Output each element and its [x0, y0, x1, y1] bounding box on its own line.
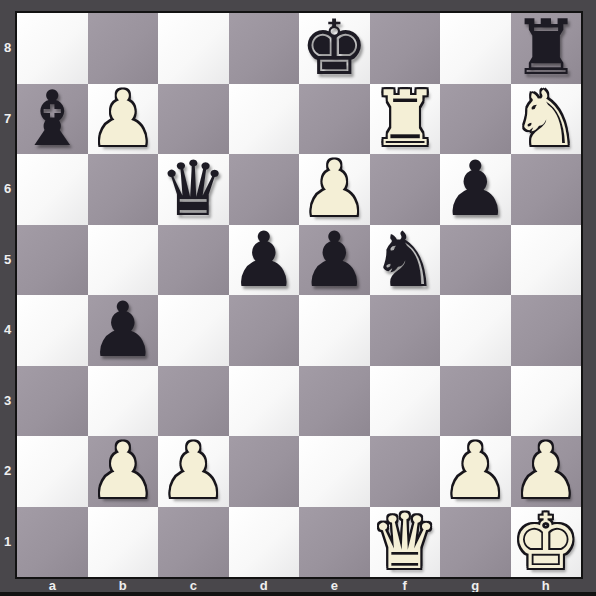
- chess-board: ♚♜♝♟♜♞♛♟♟♟♟♞♟♟♟♟♟♛♚: [15, 11, 583, 579]
- square-c8[interactable]: [158, 13, 229, 84]
- square-g2[interactable]: ♟: [440, 436, 511, 507]
- piece-white-pawn[interactable]: ♟: [89, 433, 157, 509]
- square-f1[interactable]: ♛: [370, 507, 441, 578]
- square-h6[interactable]: [511, 154, 582, 225]
- square-b2[interactable]: ♟: [88, 436, 159, 507]
- square-f7[interactable]: ♜: [370, 84, 441, 155]
- square-a3[interactable]: [17, 366, 88, 437]
- square-e4[interactable]: [299, 295, 370, 366]
- square-d8[interactable]: [229, 13, 300, 84]
- square-a4[interactable]: [17, 295, 88, 366]
- rank-label-3: 3: [0, 366, 15, 437]
- piece-black-pawn[interactable]: ♟: [89, 292, 157, 368]
- piece-black-knight[interactable]: ♞: [371, 222, 439, 298]
- piece-black-pawn[interactable]: ♟: [441, 151, 509, 227]
- rank-label-4: 4: [0, 295, 15, 366]
- piece-black-pawn[interactable]: ♟: [230, 222, 298, 298]
- square-h1[interactable]: ♚: [511, 507, 582, 578]
- square-h7[interactable]: ♞: [511, 84, 582, 155]
- square-a6[interactable]: [17, 154, 88, 225]
- square-e1[interactable]: [299, 507, 370, 578]
- piece-white-pawn[interactable]: ♟: [441, 433, 509, 509]
- square-d6[interactable]: [229, 154, 300, 225]
- square-d1[interactable]: [229, 507, 300, 578]
- file-label-f: f: [370, 579, 441, 593]
- square-c5[interactable]: [158, 225, 229, 296]
- piece-black-queen[interactable]: ♛: [159, 151, 227, 227]
- rank-label-5: 5: [0, 225, 15, 296]
- square-e3[interactable]: [299, 366, 370, 437]
- piece-black-bishop[interactable]: ♝: [18, 81, 86, 157]
- file-label-g: g: [440, 579, 511, 593]
- square-c2[interactable]: ♟: [158, 436, 229, 507]
- square-d2[interactable]: [229, 436, 300, 507]
- square-e6[interactable]: ♟: [299, 154, 370, 225]
- piece-white-pawn[interactable]: ♟: [159, 433, 227, 509]
- square-b1[interactable]: [88, 507, 159, 578]
- square-f4[interactable]: [370, 295, 441, 366]
- piece-white-rook[interactable]: ♜: [371, 81, 439, 157]
- rank-label-8: 8: [0, 13, 15, 84]
- square-c6[interactable]: ♛: [158, 154, 229, 225]
- square-d4[interactable]: [229, 295, 300, 366]
- square-h4[interactable]: [511, 295, 582, 366]
- square-g1[interactable]: [440, 507, 511, 578]
- square-b4[interactable]: ♟: [88, 295, 159, 366]
- square-e5[interactable]: ♟: [299, 225, 370, 296]
- square-a5[interactable]: [17, 225, 88, 296]
- rank-label-7: 7: [0, 84, 15, 155]
- file-label-c: c: [158, 579, 229, 593]
- square-e2[interactable]: [299, 436, 370, 507]
- square-d5[interactable]: ♟: [229, 225, 300, 296]
- square-f6[interactable]: [370, 154, 441, 225]
- square-h2[interactable]: ♟: [511, 436, 582, 507]
- rank-label-6: 6: [0, 154, 15, 225]
- square-h8[interactable]: ♜: [511, 13, 582, 84]
- square-b7[interactable]: ♟: [88, 84, 159, 155]
- rank-labels: 87654321: [0, 13, 15, 577]
- file-label-h: h: [511, 579, 582, 593]
- square-a8[interactable]: [17, 13, 88, 84]
- square-f5[interactable]: ♞: [370, 225, 441, 296]
- square-f8[interactable]: [370, 13, 441, 84]
- square-c1[interactable]: [158, 507, 229, 578]
- bottom-edge-strip: [0, 592, 596, 596]
- file-label-e: e: [299, 579, 370, 593]
- square-c4[interactable]: [158, 295, 229, 366]
- square-d3[interactable]: [229, 366, 300, 437]
- square-f3[interactable]: [370, 366, 441, 437]
- square-g4[interactable]: [440, 295, 511, 366]
- rank-label-2: 2: [0, 436, 15, 507]
- square-g8[interactable]: [440, 13, 511, 84]
- file-label-a: a: [17, 579, 88, 593]
- rank-label-1: 1: [0, 507, 15, 578]
- square-g5[interactable]: [440, 225, 511, 296]
- piece-white-pawn[interactable]: ♟: [89, 81, 157, 157]
- file-label-d: d: [229, 579, 300, 593]
- square-e8[interactable]: ♚: [299, 13, 370, 84]
- piece-black-pawn[interactable]: ♟: [300, 222, 368, 298]
- square-a2[interactable]: [17, 436, 88, 507]
- file-label-b: b: [88, 579, 159, 593]
- square-g6[interactable]: ♟: [440, 154, 511, 225]
- square-b8[interactable]: [88, 13, 159, 84]
- piece-white-knight[interactable]: ♞: [512, 81, 580, 157]
- square-d7[interactable]: [229, 84, 300, 155]
- file-labels: abcdefgh: [17, 579, 581, 593]
- square-f2[interactable]: [370, 436, 441, 507]
- square-a7[interactable]: ♝: [17, 84, 88, 155]
- piece-black-king[interactable]: ♚: [300, 10, 368, 86]
- piece-white-queen[interactable]: ♛: [371, 504, 439, 580]
- piece-white-king[interactable]: ♚: [512, 504, 580, 580]
- square-a1[interactable]: [17, 507, 88, 578]
- square-b6[interactable]: [88, 154, 159, 225]
- chess-diagram: 87654321 ♚♜♝♟♜♞♛♟♟♟♟♞♟♟♟♟♟♛♚ abcdefgh: [0, 0, 596, 596]
- square-h5[interactable]: [511, 225, 582, 296]
